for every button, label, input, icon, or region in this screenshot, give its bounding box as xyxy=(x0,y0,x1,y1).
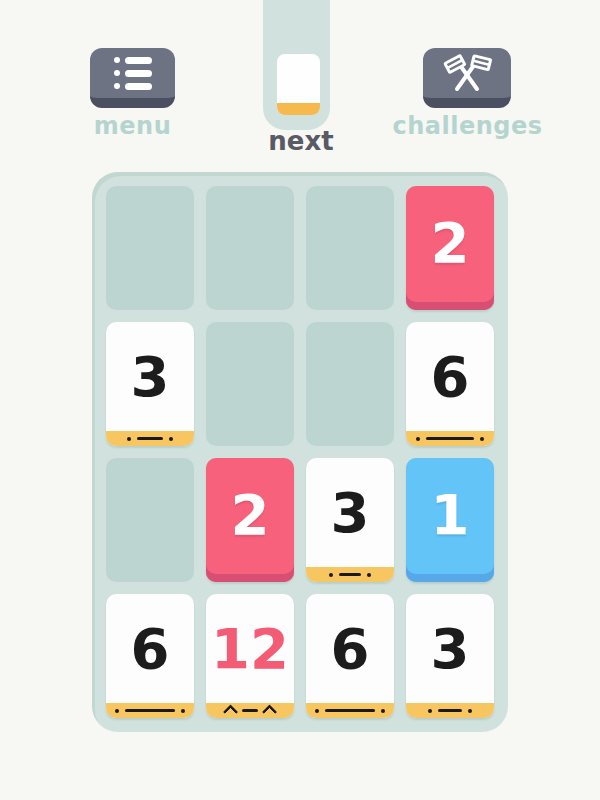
tile-6[interactable]: 6 xyxy=(106,594,194,718)
challenges-label: challenges xyxy=(390,112,545,140)
tile-bottom-strip xyxy=(106,431,194,446)
cell-r2c1: 3 xyxy=(106,322,194,446)
menu-button[interactable] xyxy=(90,48,175,108)
tile-bottom-strip xyxy=(406,431,494,446)
threes-game-screen: menu next challenges 23623161263 xyxy=(0,0,600,800)
next-card-preview xyxy=(277,54,320,115)
cell-r2c3 xyxy=(306,322,394,446)
challenges-button[interactable] xyxy=(423,48,511,108)
tile-value: 2 xyxy=(206,458,294,582)
cell-r4c3: 6 xyxy=(306,594,394,718)
cell-r3c3: 3 xyxy=(306,458,394,582)
tile-2[interactable]: 2 xyxy=(406,186,494,310)
game-board[interactable]: 23623161263 xyxy=(92,172,508,732)
tile-2[interactable]: 2 xyxy=(206,458,294,582)
next-card-bottom-strip xyxy=(277,103,320,115)
tile-value: 3 xyxy=(406,594,494,703)
tile-value: 12 xyxy=(206,594,294,703)
tile-3[interactable]: 3 xyxy=(306,458,394,582)
crossed-flags-icon xyxy=(439,51,495,95)
cell-r4c2: 12 xyxy=(206,594,294,718)
cell-r2c2 xyxy=(206,322,294,446)
cell-r4c4: 3 xyxy=(406,594,494,718)
tile-bottom-strip xyxy=(206,703,294,718)
menu-label: menu xyxy=(70,112,195,140)
tile-value: 6 xyxy=(306,594,394,703)
cell-r4c1: 6 xyxy=(106,594,194,718)
tile-bottom-strip xyxy=(306,567,394,582)
tile-3[interactable]: 3 xyxy=(406,594,494,718)
cell-r2c4: 6 xyxy=(406,322,494,446)
tile-3[interactable]: 3 xyxy=(106,322,194,446)
board-grid: 23623161263 xyxy=(106,186,494,718)
tile-1[interactable]: 1 xyxy=(406,458,494,582)
menu-list-icon xyxy=(114,57,152,90)
tile-value: 6 xyxy=(106,594,194,703)
tile-bottom-strip xyxy=(306,703,394,718)
cell-r1c2 xyxy=(206,186,294,310)
tile-bottom-strip xyxy=(406,703,494,718)
tile-6[interactable]: 6 xyxy=(406,322,494,446)
tile-12[interactable]: 12 xyxy=(206,594,294,718)
tile-value: 6 xyxy=(406,322,494,431)
next-label: next xyxy=(251,126,351,156)
tile-bottom-strip xyxy=(106,703,194,718)
cell-r1c1 xyxy=(106,186,194,310)
tile-value: 3 xyxy=(306,458,394,567)
cell-r3c1 xyxy=(106,458,194,582)
tile-value: 3 xyxy=(106,322,194,431)
tile-6[interactable]: 6 xyxy=(306,594,394,718)
tile-value: 1 xyxy=(406,458,494,582)
cell-r1c3 xyxy=(306,186,394,310)
cell-r1c4: 2 xyxy=(406,186,494,310)
cell-r3c4: 1 xyxy=(406,458,494,582)
tile-value: 2 xyxy=(406,186,494,310)
cell-r3c2: 2 xyxy=(206,458,294,582)
